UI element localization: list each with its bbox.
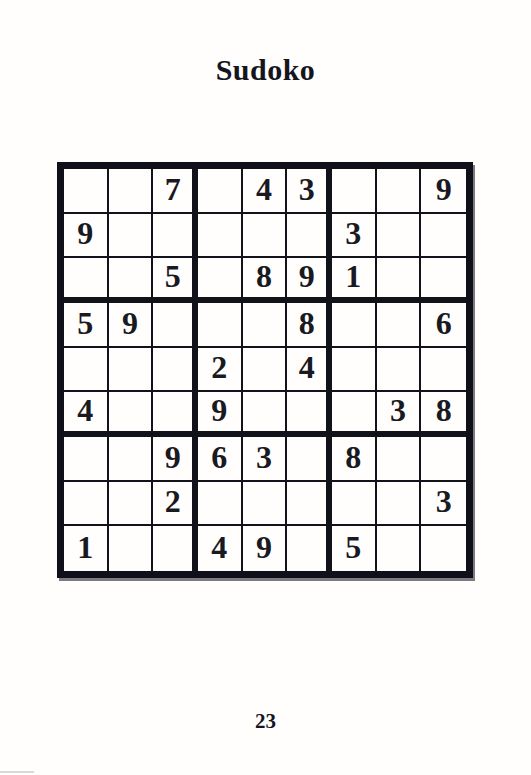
cell-r9c2 [109,526,154,571]
cell-r6c9: 8 [421,392,466,437]
cell-r7c7: 8 [332,437,377,482]
cell-r6c5 [243,392,288,437]
cell-r1c3: 7 [153,169,198,214]
cell-r8c1 [64,482,109,527]
sudoku-board: 743993589159862449389638231495 [57,162,473,578]
cell-r6c7 [332,392,377,437]
cell-r2c7: 3 [332,214,377,259]
cell-r2c5 [243,214,288,259]
cell-r9c7: 5 [332,526,377,571]
cell-r6c6 [287,392,332,437]
cell-r2c6 [287,214,332,259]
cell-r9c6 [287,526,332,571]
cell-r3c4 [198,258,243,303]
cell-r3c5: 8 [243,258,288,303]
cell-r2c8 [377,214,422,259]
cell-r1c4 [198,169,243,214]
cell-r8c8 [377,482,422,527]
cell-r4c8 [377,303,422,348]
cell-r6c8: 3 [377,392,422,437]
cell-r5c6: 4 [287,348,332,393]
cell-r1c1 [64,169,109,214]
cell-r2c9 [421,214,466,259]
cell-r7c6 [287,437,332,482]
cell-r3c7: 1 [332,258,377,303]
cell-r7c1 [64,437,109,482]
cell-r6c2 [109,392,154,437]
cell-r2c3 [153,214,198,259]
cell-r5c4: 2 [198,348,243,393]
cell-r7c9 [421,437,466,482]
cell-r8c2 [109,482,154,527]
cell-r2c4 [198,214,243,259]
cell-r3c6: 9 [287,258,332,303]
cell-r7c3: 9 [153,437,198,482]
page-title: Sudoko [0,52,531,88]
cell-r9c1: 1 [64,526,109,571]
cell-r1c5: 4 [243,169,288,214]
cell-r3c2 [109,258,154,303]
page-number: 23 [0,708,531,734]
cell-r4c6: 8 [287,303,332,348]
cell-r9c9 [421,526,466,571]
cell-r7c4: 6 [198,437,243,482]
cell-r2c1: 9 [64,214,109,259]
cell-r9c4: 4 [198,526,243,571]
cell-r1c8 [377,169,422,214]
cell-r8c5 [243,482,288,527]
cell-r4c1: 5 [64,303,109,348]
cell-r8c9: 3 [421,482,466,527]
cell-r1c2 [109,169,154,214]
cell-r8c6 [287,482,332,527]
cell-r1c9: 9 [421,169,466,214]
cell-r5c5 [243,348,288,393]
cell-r4c4 [198,303,243,348]
cell-r5c1 [64,348,109,393]
cell-r8c3: 2 [153,482,198,527]
cell-r2c2 [109,214,154,259]
cell-r1c6: 3 [287,169,332,214]
cell-r4c9: 6 [421,303,466,348]
cell-r3c3: 5 [153,258,198,303]
cell-r6c4: 9 [198,392,243,437]
cell-r1c7 [332,169,377,214]
cell-r9c5: 9 [243,526,288,571]
cell-r8c7 [332,482,377,527]
cell-r4c2: 9 [109,303,154,348]
cell-r9c3 [153,526,198,571]
cell-r7c8 [377,437,422,482]
cell-r5c7 [332,348,377,393]
cell-r7c5: 3 [243,437,288,482]
cell-r3c9 [421,258,466,303]
cell-r8c4 [198,482,243,527]
cell-r5c3 [153,348,198,393]
scan-artifact-line [0,771,34,773]
cell-r6c3 [153,392,198,437]
cell-r5c9 [421,348,466,393]
cell-r7c2 [109,437,154,482]
cell-r9c8 [377,526,422,571]
cell-r6c1: 4 [64,392,109,437]
cell-r4c5 [243,303,288,348]
cell-r3c8 [377,258,422,303]
cell-r5c8 [377,348,422,393]
cell-r5c2 [109,348,154,393]
cell-r4c3 [153,303,198,348]
scanned-book-page: Sudoko 743993589159862449389638231495 23 [0,0,531,775]
cell-r3c1 [64,258,109,303]
cell-r4c7 [332,303,377,348]
